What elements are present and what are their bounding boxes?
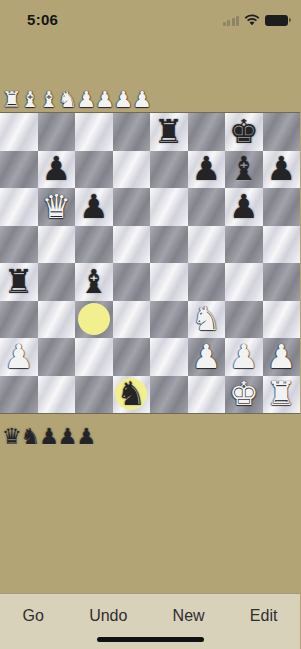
piece-black-knight: ♞ [113, 376, 151, 412]
captured-white-pieces-tray: ♜♝♝♞♟♟♟♟ [2, 84, 151, 113]
piece-white-pawn: ♟ [225, 339, 263, 375]
square-g5[interactable] [225, 226, 263, 264]
piece-black-pawn: ♟ [188, 151, 226, 187]
piece-white-pawn: ♟ [0, 339, 38, 375]
square-g6[interactable]: ♟ [225, 188, 263, 226]
piece-black-king: ♚ [225, 114, 263, 150]
square-f6[interactable] [188, 188, 226, 226]
piece-black-queen: ♛ [2, 424, 21, 450]
square-d1[interactable]: ♞ [113, 376, 151, 414]
square-g2[interactable]: ♟ [225, 338, 263, 376]
new-button[interactable]: New [167, 603, 211, 629]
piece-black-pawn: ♟ [225, 189, 263, 225]
piece-black-rook: ♜ [0, 264, 38, 300]
piece-white-knight: ♞ [58, 87, 77, 113]
square-a2[interactable]: ♟ [0, 338, 38, 376]
undo-button[interactable]: Undo [83, 603, 133, 629]
piece-black-bishop: ♝ [225, 151, 263, 187]
piece-white-bishop: ♝ [21, 87, 40, 113]
piece-black-pawn: ♟ [263, 151, 301, 187]
square-h4[interactable] [263, 263, 301, 301]
square-a6[interactable] [0, 188, 38, 226]
piece-black-pawn: ♟ [39, 424, 58, 450]
piece-black-pawn: ♟ [58, 424, 77, 450]
square-b5[interactable] [38, 226, 76, 264]
piece-white-pawn: ♟ [76, 87, 95, 113]
piece-black-bishop: ♝ [75, 264, 113, 300]
square-h3[interactable] [263, 301, 301, 339]
square-b8[interactable] [38, 113, 76, 151]
square-c8[interactable] [75, 113, 113, 151]
square-a7[interactable] [0, 151, 38, 189]
wifi-icon [244, 14, 260, 26]
square-c7[interactable] [75, 151, 113, 189]
square-e1[interactable] [150, 376, 188, 414]
square-b1[interactable] [38, 376, 76, 414]
square-c4[interactable]: ♝ [75, 263, 113, 301]
square-b2[interactable] [38, 338, 76, 376]
square-g1[interactable]: ♚ [225, 376, 263, 414]
square-f4[interactable] [188, 263, 226, 301]
square-d2[interactable] [113, 338, 151, 376]
piece-white-pawn: ♟ [95, 87, 114, 113]
square-d3[interactable] [113, 301, 151, 339]
square-a3[interactable] [0, 301, 38, 339]
square-e7[interactable] [150, 151, 188, 189]
piece-white-pawn: ♟ [263, 339, 301, 375]
square-f8[interactable] [188, 113, 226, 151]
square-b4[interactable] [38, 263, 76, 301]
square-g7[interactable]: ♝ [225, 151, 263, 189]
square-d8[interactable] [113, 113, 151, 151]
square-e6[interactable] [150, 188, 188, 226]
piece-black-rook: ♜ [150, 114, 188, 150]
square-a5[interactable] [0, 226, 38, 264]
piece-white-pawn: ♟ [132, 87, 151, 113]
captured-black-pieces-tray: ♛♞♟♟♟ [2, 421, 95, 450]
square-c1[interactable] [75, 376, 113, 414]
status-bar: 5:06 [0, 0, 300, 44]
piece-white-rook: ♜ [263, 376, 301, 412]
square-e3[interactable] [150, 301, 188, 339]
piece-white-pawn: ♟ [188, 339, 226, 375]
piece-white-queen: ♛ [38, 189, 76, 225]
square-c2[interactable] [75, 338, 113, 376]
piece-black-pawn: ♟ [75, 189, 113, 225]
square-f2[interactable]: ♟ [188, 338, 226, 376]
square-e8[interactable]: ♜ [150, 113, 188, 151]
chess-board: ♜♚♟♟♝♟♛♟♟♜♝♞♟♟♟♟♞♚♜ [0, 113, 300, 413]
square-f3[interactable]: ♞ [188, 301, 226, 339]
piece-white-pawn: ♟ [114, 87, 133, 113]
piece-white-rook: ♜ [2, 87, 21, 113]
square-h6[interactable] [263, 188, 301, 226]
square-c5[interactable] [75, 226, 113, 264]
square-g4[interactable] [225, 263, 263, 301]
cellular-signal-icon [223, 15, 240, 26]
piece-black-pawn: ♟ [76, 424, 95, 450]
square-h2[interactable]: ♟ [263, 338, 301, 376]
square-b6[interactable]: ♛ [38, 188, 76, 226]
square-d7[interactable] [113, 151, 151, 189]
square-e5[interactable] [150, 226, 188, 264]
square-c6[interactable]: ♟ [75, 188, 113, 226]
square-b7[interactable]: ♟ [38, 151, 76, 189]
square-h8[interactable] [263, 113, 301, 151]
piece-black-knight: ♞ [21, 424, 40, 450]
square-d4[interactable] [113, 263, 151, 301]
piece-white-king: ♚ [225, 376, 263, 412]
move-highlight-c3 [78, 303, 110, 335]
square-f5[interactable] [188, 226, 226, 264]
square-h7[interactable]: ♟ [263, 151, 301, 189]
square-a8[interactable] [0, 113, 38, 151]
clock-time: 5:06 [27, 11, 58, 28]
square-e4[interactable] [150, 263, 188, 301]
square-a4[interactable]: ♜ [0, 263, 38, 301]
square-a1[interactable] [0, 376, 38, 414]
square-e2[interactable] [150, 338, 188, 376]
square-b3[interactable] [38, 301, 76, 339]
home-indicator[interactable] [97, 637, 204, 642]
square-d5[interactable] [113, 226, 151, 264]
piece-white-bishop: ♝ [39, 87, 58, 113]
square-h1[interactable]: ♜ [263, 376, 301, 414]
go-button[interactable]: Go [17, 603, 50, 629]
square-f1[interactable] [188, 376, 226, 414]
square-d6[interactable] [113, 188, 151, 226]
square-h5[interactable] [263, 226, 301, 264]
edit-button[interactable]: Edit [244, 603, 284, 629]
piece-white-knight: ♞ [188, 301, 226, 337]
square-g3[interactable] [225, 301, 263, 339]
square-g8[interactable]: ♚ [225, 113, 263, 151]
square-c3[interactable] [75, 301, 113, 339]
piece-black-pawn: ♟ [38, 151, 76, 187]
battery-icon [265, 15, 288, 26]
square-f7[interactable]: ♟ [188, 151, 226, 189]
